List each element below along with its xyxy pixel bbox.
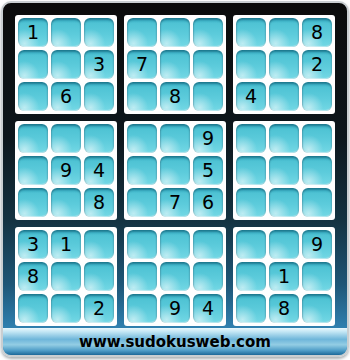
cell-r8c7[interactable] — [236, 262, 266, 291]
cell-r4c3[interactable] — [84, 124, 114, 153]
cell-r8c1[interactable]: 8 — [18, 262, 48, 291]
cell-r2c4[interactable]: 7 — [127, 50, 157, 79]
cell-r8c8[interactable]: 1 — [269, 262, 299, 291]
box-9: 918 — [233, 227, 335, 326]
cell-r9c2[interactable] — [51, 294, 81, 323]
box-2: 78 — [124, 15, 226, 114]
cell-r7c7[interactable] — [236, 230, 266, 259]
cell-r6c4[interactable] — [127, 188, 157, 217]
cell-r2c1[interactable] — [18, 50, 48, 79]
cell-r6c6[interactable]: 6 — [193, 188, 223, 217]
cell-r5c9[interactable] — [302, 156, 332, 185]
cell-r6c7[interactable] — [236, 188, 266, 217]
cell-r1c7[interactable] — [236, 18, 266, 47]
cell-r5c5[interactable] — [160, 156, 190, 185]
cell-r4c6[interactable]: 9 — [193, 124, 223, 153]
box-7: 3182 — [15, 227, 117, 326]
cell-r5c4[interactable] — [127, 156, 157, 185]
box-5: 9576 — [124, 121, 226, 220]
cell-r8c5[interactable] — [160, 262, 190, 291]
cell-r5c8[interactable] — [269, 156, 299, 185]
cell-r8c4[interactable] — [127, 262, 157, 291]
cell-r4c2[interactable] — [51, 124, 81, 153]
cell-r1c9[interactable]: 8 — [302, 18, 332, 47]
site-banner: www.sudokusweb.com — [3, 328, 347, 355]
box-8: 94 — [124, 227, 226, 326]
cell-r5c1[interactable] — [18, 156, 48, 185]
cell-r4c9[interactable] — [302, 124, 332, 153]
cell-r9c5[interactable]: 9 — [160, 294, 190, 323]
cell-r3c1[interactable] — [18, 82, 48, 111]
cell-r5c6[interactable]: 5 — [193, 156, 223, 185]
cell-r2c9[interactable]: 2 — [302, 50, 332, 79]
cell-r4c4[interactable] — [127, 124, 157, 153]
cell-r3c2[interactable]: 6 — [51, 82, 81, 111]
cell-r3c6[interactable] — [193, 82, 223, 111]
cell-r6c2[interactable] — [51, 188, 81, 217]
cell-r1c6[interactable] — [193, 18, 223, 47]
sudoku-grid: 136788249489576318294918 — [15, 15, 335, 326]
cell-r4c1[interactable] — [18, 124, 48, 153]
cell-r7c4[interactable] — [127, 230, 157, 259]
sudoku-board: 136788249489576318294918 www.sudokusweb.… — [1, 1, 349, 357]
cell-r7c3[interactable] — [84, 230, 114, 259]
cell-r6c8[interactable] — [269, 188, 299, 217]
cell-r3c7[interactable]: 4 — [236, 82, 266, 111]
cell-r1c8[interactable] — [269, 18, 299, 47]
cell-r6c9[interactable] — [302, 188, 332, 217]
cell-r7c6[interactable] — [193, 230, 223, 259]
cell-r9c9[interactable] — [302, 294, 332, 323]
cell-r2c6[interactable] — [193, 50, 223, 79]
cell-r2c8[interactable] — [269, 50, 299, 79]
cell-r8c6[interactable] — [193, 262, 223, 291]
cell-r5c2[interactable]: 9 — [51, 156, 81, 185]
cell-r6c5[interactable]: 7 — [160, 188, 190, 217]
cell-r7c9[interactable]: 9 — [302, 230, 332, 259]
cell-r7c2[interactable]: 1 — [51, 230, 81, 259]
cell-r3c9[interactable] — [302, 82, 332, 111]
cell-r1c4[interactable] — [127, 18, 157, 47]
cell-r4c5[interactable] — [160, 124, 190, 153]
cell-r5c3[interactable]: 4 — [84, 156, 114, 185]
cell-r8c3[interactable] — [84, 262, 114, 291]
cell-r1c3[interactable] — [84, 18, 114, 47]
site-url: www.sudokusweb.com — [79, 333, 271, 351]
box-6 — [233, 121, 335, 220]
cell-r5c7[interactable] — [236, 156, 266, 185]
cell-r7c8[interactable] — [269, 230, 299, 259]
cell-r2c7[interactable] — [236, 50, 266, 79]
cell-r3c8[interactable] — [269, 82, 299, 111]
cell-r8c2[interactable] — [51, 262, 81, 291]
page-background: 136788249489576318294918 www.sudokusweb.… — [0, 0, 350, 360]
cell-r8c9[interactable] — [302, 262, 332, 291]
cell-r1c2[interactable] — [51, 18, 81, 47]
cell-r7c5[interactable] — [160, 230, 190, 259]
cell-r4c7[interactable] — [236, 124, 266, 153]
cell-r2c2[interactable] — [51, 50, 81, 79]
cell-r9c7[interactable] — [236, 294, 266, 323]
cell-r7c1[interactable]: 3 — [18, 230, 48, 259]
box-3: 824 — [233, 15, 335, 114]
cell-r6c1[interactable] — [18, 188, 48, 217]
cell-r6c3[interactable]: 8 — [84, 188, 114, 217]
cell-r2c5[interactable] — [160, 50, 190, 79]
cell-r9c1[interactable] — [18, 294, 48, 323]
cell-r9c4[interactable] — [127, 294, 157, 323]
cell-r1c1[interactable]: 1 — [18, 18, 48, 47]
cell-r9c3[interactable]: 2 — [84, 294, 114, 323]
box-4: 948 — [15, 121, 117, 220]
cell-r2c3[interactable]: 3 — [84, 50, 114, 79]
box-1: 136 — [15, 15, 117, 114]
cell-r4c8[interactable] — [269, 124, 299, 153]
cell-r9c8[interactable]: 8 — [269, 294, 299, 323]
cell-r9c6[interactable]: 4 — [193, 294, 223, 323]
cell-r3c5[interactable]: 8 — [160, 82, 190, 111]
cell-r3c4[interactable] — [127, 82, 157, 111]
cell-r3c3[interactable] — [84, 82, 114, 111]
cell-r1c5[interactable] — [160, 18, 190, 47]
